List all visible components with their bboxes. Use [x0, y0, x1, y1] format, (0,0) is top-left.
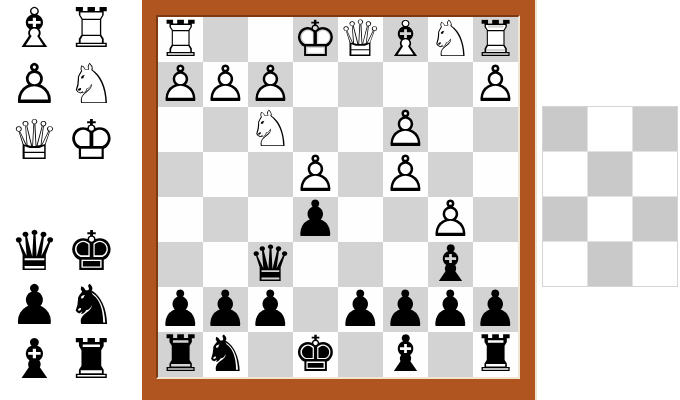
- square-b3[interactable]: [428, 107, 473, 152]
- square-c7[interactable]: ♟: [383, 287, 428, 332]
- white-pawn-fill: ♟: [383, 152, 428, 197]
- white-pawn-icon: ♙: [6, 56, 63, 112]
- white-knight-icon: ♘: [428, 17, 473, 62]
- piece-black-bishop[interactable]: ♝: [6, 332, 63, 386]
- black-queen-icon: ♛: [6, 224, 63, 278]
- square-d4[interactable]: [338, 152, 383, 197]
- piece-black-king[interactable]: ♚: [63, 224, 120, 278]
- black-king-icon: ♚: [63, 224, 120, 278]
- palette-white-king[interactable]: ♚♔: [63, 112, 120, 168]
- black-pawn-icon: ♟: [293, 197, 338, 242]
- square-d2[interactable]: [338, 62, 383, 107]
- square-a2[interactable]: ♟♙: [473, 62, 518, 107]
- piece-white-queen[interactable]: ♛♕: [6, 112, 63, 168]
- chess-board: ♜♖♚♔♛♕♝♗♞♘♜♖♟♙♟♙♟♙♟♙♞♘♟♙♟♙♟♙♟♟♙♛♝♟♟♟♟♟♟♟…: [156, 15, 520, 379]
- square-e8[interactable]: ♚: [293, 332, 338, 377]
- square-e3[interactable]: [293, 107, 338, 152]
- white-rook-fill: ♜: [63, 0, 120, 56]
- empty-square: [588, 242, 632, 286]
- white-pawn-fill: ♟: [158, 62, 203, 107]
- white-rook-icon: ♖: [473, 17, 518, 62]
- piece-black-rook-a8[interactable]: ♜: [473, 332, 518, 377]
- empty-square: [543, 197, 587, 241]
- square-a6[interactable]: [473, 242, 518, 287]
- square-h3[interactable]: [158, 107, 203, 152]
- square-h7[interactable]: ♟: [158, 287, 203, 332]
- white-pawn-icon: ♙: [473, 62, 518, 107]
- black-rook-icon: ♜: [63, 332, 120, 386]
- piece-black-pawn-f7[interactable]: ♟: [248, 287, 293, 332]
- piece-black-bishop-c8[interactable]: ♝: [383, 332, 428, 377]
- piece-black-king-e8[interactable]: ♚: [293, 332, 338, 377]
- white-knight-fill: ♞: [428, 17, 473, 62]
- square-d6[interactable]: [338, 242, 383, 287]
- palette-black-rook[interactable]: ♜: [63, 332, 120, 386]
- white-bishop-fill: ♝: [6, 0, 63, 56]
- piece-black-pawn-e5[interactable]: ♟: [293, 197, 338, 242]
- white-queen-fill: ♛: [338, 17, 383, 62]
- square-a4[interactable]: [473, 152, 518, 197]
- piece-white-pawn-a2[interactable]: ♟♙: [473, 62, 518, 107]
- black-pawn-icon: ♟: [6, 278, 63, 332]
- white-pawn-fill: ♟: [203, 62, 248, 107]
- palette-white-knight[interactable]: ♞♘: [63, 56, 120, 112]
- black-knight-icon: ♞: [63, 278, 120, 332]
- white-pawn-fill: ♟: [6, 56, 63, 112]
- piece-white-bishop-c1[interactable]: ♝♗: [383, 17, 428, 62]
- piece-white-rook[interactable]: ♜♖: [63, 0, 120, 56]
- empty-square: [633, 152, 677, 196]
- piece-white-knight-f3[interactable]: ♞♘: [248, 107, 293, 152]
- white-piece-palette: ♝♗♜♖♟♙♞♘♛♕♚♔: [6, 0, 120, 168]
- piece-white-king[interactable]: ♚♔: [63, 112, 120, 168]
- piece-white-rook-a1[interactable]: ♜♖: [473, 17, 518, 62]
- black-rook-icon: ♜: [473, 332, 518, 377]
- square-d1[interactable]: ♛♕: [338, 17, 383, 62]
- white-pawn-icon: ♙: [158, 62, 203, 107]
- empty-square: [543, 242, 587, 286]
- square-g2[interactable]: ♟♙: [203, 62, 248, 107]
- piece-black-queen-f6[interactable]: ♛: [248, 242, 293, 287]
- white-rook-fill: ♜: [473, 17, 518, 62]
- square-f4[interactable]: [248, 152, 293, 197]
- white-pawn-fill: ♟: [473, 62, 518, 107]
- square-f5[interactable]: [248, 197, 293, 242]
- black-rook-icon: ♜: [158, 332, 203, 377]
- palette-black-bishop[interactable]: ♝: [6, 332, 63, 386]
- square-e7[interactable]: [293, 287, 338, 332]
- square-e1[interactable]: ♚♔: [293, 17, 338, 62]
- white-king-icon: ♔: [293, 17, 338, 62]
- empty-square: [543, 107, 587, 151]
- white-king-icon: ♔: [63, 112, 120, 168]
- white-pawn-icon: ♙: [203, 62, 248, 107]
- black-queen-icon: ♛: [248, 242, 293, 287]
- empty-square: [588, 152, 632, 196]
- square-d7[interactable]: ♟: [338, 287, 383, 332]
- square-h2[interactable]: ♟♙: [158, 62, 203, 107]
- square-g3[interactable]: [203, 107, 248, 152]
- square-c8[interactable]: ♝: [383, 332, 428, 377]
- white-pawn-fill: ♟: [293, 152, 338, 197]
- square-g8[interactable]: ♞: [203, 332, 248, 377]
- white-rook-icon: ♖: [63, 0, 120, 56]
- piece-black-rook[interactable]: ♜: [63, 332, 120, 386]
- black-pawn-icon: ♟: [203, 287, 248, 332]
- square-c5[interactable]: [383, 197, 428, 242]
- black-pawn-icon: ♟: [248, 287, 293, 332]
- black-piece-palette: ♛♚♟♞♝♜: [6, 224, 120, 386]
- white-pawn-icon: ♙: [428, 197, 473, 242]
- white-pawn-icon: ♙: [248, 62, 293, 107]
- piece-black-rook-h8[interactable]: ♜: [158, 332, 203, 377]
- piece-black-pawn[interactable]: ♟: [6, 278, 63, 332]
- piece-white-knight[interactable]: ♞♘: [63, 56, 120, 112]
- empty-square: [588, 107, 632, 151]
- palette-white-queen[interactable]: ♛♕: [6, 112, 63, 168]
- square-d8[interactable]: [338, 332, 383, 377]
- piece-white-pawn-f2[interactable]: ♟♙: [248, 62, 293, 107]
- square-c3[interactable]: ♟♙: [383, 107, 428, 152]
- black-bishop-icon: ♝: [6, 332, 63, 386]
- piece-black-knight-g8[interactable]: ♞: [203, 332, 248, 377]
- piece-white-pawn-h2[interactable]: ♟♙: [158, 62, 203, 107]
- piece-black-pawn-c7[interactable]: ♟: [383, 287, 428, 332]
- palette-white-bishop[interactable]: ♝♗: [6, 0, 63, 56]
- square-b1[interactable]: ♞♘: [428, 17, 473, 62]
- white-queen-fill: ♛: [6, 112, 63, 168]
- square-b6[interactable]: ♝: [428, 242, 473, 287]
- piece-black-pawn-g7[interactable]: ♟: [203, 287, 248, 332]
- palette-white-pawn[interactable]: ♟♙: [6, 56, 63, 112]
- white-pawn-fill: ♟: [383, 107, 428, 152]
- square-h6[interactable]: [158, 242, 203, 287]
- empty-square: [633, 197, 677, 241]
- square-e2[interactable]: [293, 62, 338, 107]
- black-pawn-icon: ♟: [383, 287, 428, 332]
- square-f8[interactable]: [248, 332, 293, 377]
- square-d5[interactable]: [338, 197, 383, 242]
- square-b7[interactable]: ♟: [428, 287, 473, 332]
- chess-board-frame: ♜♖♚♔♛♕♝♗♞♘♜♖♟♙♟♙♟♙♟♙♞♘♟♙♟♙♟♙♟♟♙♛♝♟♟♟♟♟♟♟…: [142, 0, 537, 400]
- square-a3[interactable]: [473, 107, 518, 152]
- square-c1[interactable]: ♝♗: [383, 17, 428, 62]
- piece-white-bishop[interactable]: ♝♗: [6, 0, 63, 56]
- white-queen-icon: ♕: [338, 17, 383, 62]
- square-h1[interactable]: ♜♖: [158, 17, 203, 62]
- empty-square: [633, 242, 677, 286]
- square-g4[interactable]: [203, 152, 248, 197]
- square-a8[interactable]: ♜: [473, 332, 518, 377]
- square-h8[interactable]: ♜: [158, 332, 203, 377]
- black-bishop-icon: ♝: [383, 332, 428, 377]
- square-e5[interactable]: ♟: [293, 197, 338, 242]
- square-h4[interactable]: [158, 152, 203, 197]
- white-bishop-icon: ♗: [383, 17, 428, 62]
- square-f6[interactable]: ♛: [248, 242, 293, 287]
- square-b5[interactable]: ♟♙: [428, 197, 473, 242]
- board-editor: ♝♗♜♖♟♙♞♘♛♕♚♔ ♛♚♟♞♝♜ ♜♖♚♔♛♕♝♗♞♘♜♖♟♙♟♙♟♙♟♙…: [0, 0, 680, 400]
- black-bishop-icon: ♝: [428, 242, 473, 287]
- white-rook-icon: ♖: [158, 17, 203, 62]
- square-f7[interactable]: ♟: [248, 287, 293, 332]
- black-pawn-icon: ♟: [473, 287, 518, 332]
- square-h5[interactable]: [158, 197, 203, 242]
- piece-black-pawn-d7[interactable]: ♟: [338, 287, 383, 332]
- empty-square: [543, 152, 587, 196]
- palette-black-pawn[interactable]: ♟: [6, 278, 63, 332]
- white-pawn-fill: ♟: [428, 197, 473, 242]
- palette-black-king[interactable]: ♚: [63, 224, 120, 278]
- square-g7[interactable]: ♟: [203, 287, 248, 332]
- white-queen-icon: ♕: [6, 112, 63, 168]
- piece-black-bishop-b6[interactable]: ♝: [428, 242, 473, 287]
- piece-white-knight-b1[interactable]: ♞♘: [428, 17, 473, 62]
- black-king-icon: ♚: [293, 332, 338, 377]
- white-knight-icon: ♘: [63, 56, 120, 112]
- square-b4[interactable]: [428, 152, 473, 197]
- white-knight-icon: ♘: [248, 107, 293, 152]
- square-f1[interactable]: [248, 17, 293, 62]
- square-c6[interactable]: [383, 242, 428, 287]
- piece-white-pawn-c3[interactable]: ♟♙: [383, 107, 428, 152]
- piece-black-pawn-b7[interactable]: ♟: [428, 287, 473, 332]
- white-bishop-icon: ♗: [6, 0, 63, 56]
- piece-white-rook-h1[interactable]: ♜♖: [158, 17, 203, 62]
- white-knight-fill: ♞: [63, 56, 120, 112]
- piece-white-queen-d1[interactable]: ♛♕: [338, 17, 383, 62]
- piece-white-pawn-g2[interactable]: ♟♙: [203, 62, 248, 107]
- piece-white-pawn-c4[interactable]: ♟♙: [383, 152, 428, 197]
- piece-black-pawn-h7[interactable]: ♟: [158, 287, 203, 332]
- white-rook-fill: ♜: [158, 17, 203, 62]
- white-king-fill: ♚: [63, 112, 120, 168]
- empty-board-fragment: [542, 106, 678, 287]
- square-c4[interactable]: ♟♙: [383, 152, 428, 197]
- square-c2[interactable]: [383, 62, 428, 107]
- square-g6[interactable]: [203, 242, 248, 287]
- piece-white-pawn-e4[interactable]: ♟♙: [293, 152, 338, 197]
- piece-white-pawn-b5[interactable]: ♟♙: [428, 197, 473, 242]
- square-d3[interactable]: [338, 107, 383, 152]
- square-a7[interactable]: ♟: [473, 287, 518, 332]
- white-bishop-fill: ♝: [383, 17, 428, 62]
- square-g5[interactable]: [203, 197, 248, 242]
- square-a1[interactable]: ♜♖: [473, 17, 518, 62]
- piece-black-queen[interactable]: ♛: [6, 224, 63, 278]
- empty-square: [588, 197, 632, 241]
- white-pawn-fill: ♟: [248, 62, 293, 107]
- black-pawn-icon: ♟: [428, 287, 473, 332]
- white-knight-fill: ♞: [248, 107, 293, 152]
- square-e6[interactable]: [293, 242, 338, 287]
- white-pawn-icon: ♙: [293, 152, 338, 197]
- square-g1[interactable]: [203, 17, 248, 62]
- white-pawn-icon: ♙: [383, 107, 428, 152]
- black-pawn-icon: ♟: [158, 287, 203, 332]
- black-pawn-icon: ♟: [338, 287, 383, 332]
- piece-white-king-e1[interactable]: ♚♔: [293, 17, 338, 62]
- square-b2[interactable]: [428, 62, 473, 107]
- black-knight-icon: ♞: [203, 332, 248, 377]
- piece-black-pawn-a7[interactable]: ♟: [473, 287, 518, 332]
- palette-black-queen[interactable]: ♛: [6, 224, 63, 278]
- square-a5[interactable]: [473, 197, 518, 242]
- palette-black-knight[interactable]: ♞: [63, 278, 120, 332]
- piece-white-pawn[interactable]: ♟♙: [6, 56, 63, 112]
- white-pawn-icon: ♙: [383, 152, 428, 197]
- empty-square: [633, 107, 677, 151]
- palette-white-rook[interactable]: ♜♖: [63, 0, 120, 56]
- square-f3[interactable]: ♞♘: [248, 107, 293, 152]
- square-f2[interactable]: ♟♙: [248, 62, 293, 107]
- piece-black-knight[interactable]: ♞: [63, 278, 120, 332]
- square-b8[interactable]: [428, 332, 473, 377]
- square-e4[interactable]: ♟♙: [293, 152, 338, 197]
- white-king-fill: ♚: [293, 17, 338, 62]
